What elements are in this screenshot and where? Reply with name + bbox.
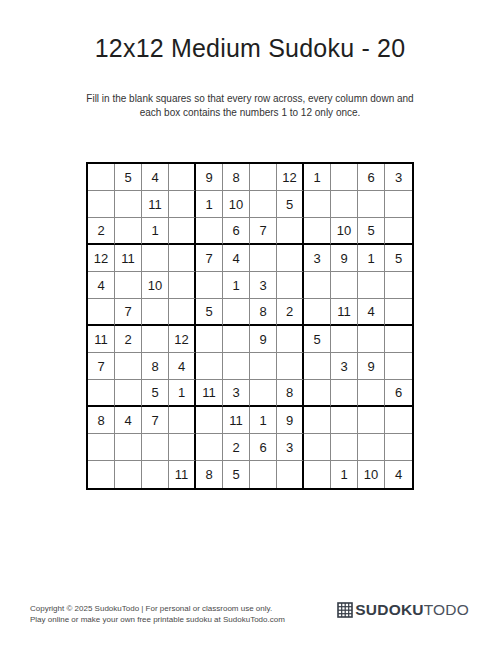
instructions-line-2: each box contains the numbers 1 to 12 on… bbox=[0, 106, 500, 120]
cell-r5c12 bbox=[385, 272, 412, 299]
cell-r12c11: 10 bbox=[358, 461, 385, 488]
cell-r9c3: 5 bbox=[142, 380, 169, 407]
cell-r5c9 bbox=[304, 272, 331, 299]
cell-r6c11: 4 bbox=[358, 299, 385, 326]
cell-r7c6 bbox=[223, 326, 250, 353]
cell-r2c7 bbox=[250, 191, 277, 218]
cell-r2c2 bbox=[115, 191, 142, 218]
cell-r10c10 bbox=[331, 407, 358, 434]
cell-r8c9 bbox=[304, 353, 331, 380]
cell-r4c6: 4 bbox=[223, 245, 250, 272]
cell-r6c6 bbox=[223, 299, 250, 326]
cell-r3c2 bbox=[115, 218, 142, 245]
cell-r11c6: 2 bbox=[223, 434, 250, 461]
cell-r9c6: 3 bbox=[223, 380, 250, 407]
cell-r5c1: 4 bbox=[88, 272, 115, 299]
cell-r11c9 bbox=[304, 434, 331, 461]
cell-r2c5: 1 bbox=[196, 191, 223, 218]
cell-r8c3: 8 bbox=[142, 353, 169, 380]
cell-r10c7: 1 bbox=[250, 407, 277, 434]
cell-r7c8 bbox=[277, 326, 304, 353]
cell-r10c11 bbox=[358, 407, 385, 434]
cell-r1c9: 1 bbox=[304, 164, 331, 191]
cell-r11c11 bbox=[358, 434, 385, 461]
cell-r8c4: 4 bbox=[169, 353, 196, 380]
cell-r11c12 bbox=[385, 434, 412, 461]
cell-r12c4: 11 bbox=[169, 461, 196, 488]
cell-r11c1 bbox=[88, 434, 115, 461]
cell-r11c2 bbox=[115, 434, 142, 461]
cell-r5c7: 3 bbox=[250, 272, 277, 299]
cell-r3c3: 1 bbox=[142, 218, 169, 245]
cell-r10c9 bbox=[304, 407, 331, 434]
cell-r10c2: 4 bbox=[115, 407, 142, 434]
cell-r8c6 bbox=[223, 353, 250, 380]
cell-r9c9 bbox=[304, 380, 331, 407]
cell-r8c8 bbox=[277, 353, 304, 380]
printable-sudoku-page: 12x12 Medium Sudoku - 20 Fill in the bla… bbox=[0, 0, 500, 647]
cell-r1c6: 8 bbox=[223, 164, 250, 191]
cell-r6c7: 8 bbox=[250, 299, 277, 326]
cell-r7c9: 5 bbox=[304, 326, 331, 353]
cell-r7c2: 2 bbox=[115, 326, 142, 353]
footer-copyright: Copyright © 2025 SudokuTodo | For person… bbox=[30, 603, 285, 625]
cell-r2c10 bbox=[331, 191, 358, 218]
cell-r6c4 bbox=[169, 299, 196, 326]
cell-r12c7 bbox=[250, 461, 277, 488]
sudoku-grid: 5498121631111052167105121174391541013758… bbox=[86, 162, 414, 490]
sudokutodo-logo: SUDOKUTODO bbox=[337, 601, 469, 619]
cell-r12c6: 5 bbox=[223, 461, 250, 488]
cell-r2c8: 5 bbox=[277, 191, 304, 218]
cell-r8c5 bbox=[196, 353, 223, 380]
cell-r8c11: 9 bbox=[358, 353, 385, 380]
cell-r4c5: 7 bbox=[196, 245, 223, 272]
cell-r12c5: 8 bbox=[196, 461, 223, 488]
cell-r3c6: 6 bbox=[223, 218, 250, 245]
cell-r4c10: 9 bbox=[331, 245, 358, 272]
cell-r2c6: 10 bbox=[223, 191, 250, 218]
cell-r9c8: 8 bbox=[277, 380, 304, 407]
cell-r6c12 bbox=[385, 299, 412, 326]
footer-line-1: Copyright © 2025 SudokuTodo | For person… bbox=[30, 603, 285, 614]
cell-r10c4 bbox=[169, 407, 196, 434]
cell-r10c6: 11 bbox=[223, 407, 250, 434]
cell-r3c7: 7 bbox=[250, 218, 277, 245]
cell-r5c2 bbox=[115, 272, 142, 299]
cell-r12c2 bbox=[115, 461, 142, 488]
cell-r7c10 bbox=[331, 326, 358, 353]
cell-r7c11 bbox=[358, 326, 385, 353]
cell-r7c12 bbox=[385, 326, 412, 353]
cell-r4c9: 3 bbox=[304, 245, 331, 272]
cell-r12c9 bbox=[304, 461, 331, 488]
cell-r4c11: 1 bbox=[358, 245, 385, 272]
cell-r3c12 bbox=[385, 218, 412, 245]
cell-r6c1 bbox=[88, 299, 115, 326]
cell-r12c1 bbox=[88, 461, 115, 488]
cell-r8c7 bbox=[250, 353, 277, 380]
cell-r4c2: 11 bbox=[115, 245, 142, 272]
cell-r10c8: 9 bbox=[277, 407, 304, 434]
cell-r12c10: 1 bbox=[331, 461, 358, 488]
logo-text: SUDOKUTODO bbox=[355, 601, 469, 619]
instructions-line-1: Fill in the blank squares so that every … bbox=[0, 92, 500, 106]
cell-r6c10: 11 bbox=[331, 299, 358, 326]
cell-r7c5 bbox=[196, 326, 223, 353]
cell-r1c10 bbox=[331, 164, 358, 191]
cell-r1c7 bbox=[250, 164, 277, 191]
cell-r9c5: 11 bbox=[196, 380, 223, 407]
cell-r9c7 bbox=[250, 380, 277, 407]
cell-r6c8: 2 bbox=[277, 299, 304, 326]
cell-r10c12 bbox=[385, 407, 412, 434]
cell-r3c9 bbox=[304, 218, 331, 245]
cell-r2c12 bbox=[385, 191, 412, 218]
cell-r6c5: 5 bbox=[196, 299, 223, 326]
cell-r2c4 bbox=[169, 191, 196, 218]
cell-r3c5 bbox=[196, 218, 223, 245]
instructions: Fill in the blank squares so that every … bbox=[0, 92, 500, 120]
cell-r10c5 bbox=[196, 407, 223, 434]
cell-r3c11: 5 bbox=[358, 218, 385, 245]
cell-r11c5 bbox=[196, 434, 223, 461]
logo-text-sudoku: SUDOKU bbox=[355, 601, 423, 618]
footer-line-2: Play online or make your own free printa… bbox=[30, 614, 285, 625]
cell-r9c12: 6 bbox=[385, 380, 412, 407]
cell-r1c12: 3 bbox=[385, 164, 412, 191]
cell-r8c12 bbox=[385, 353, 412, 380]
cell-r11c10 bbox=[331, 434, 358, 461]
cell-r12c12: 4 bbox=[385, 461, 412, 488]
cell-r11c8: 3 bbox=[277, 434, 304, 461]
cell-r5c3: 10 bbox=[142, 272, 169, 299]
cell-r6c3 bbox=[142, 299, 169, 326]
cell-r8c10: 3 bbox=[331, 353, 358, 380]
cell-r1c1 bbox=[88, 164, 115, 191]
cell-r3c1: 2 bbox=[88, 218, 115, 245]
cell-r2c3: 11 bbox=[142, 191, 169, 218]
cell-r1c8: 12 bbox=[277, 164, 304, 191]
cell-r1c3: 4 bbox=[142, 164, 169, 191]
cell-r7c1: 11 bbox=[88, 326, 115, 353]
cell-r10c1: 8 bbox=[88, 407, 115, 434]
cell-r11c3 bbox=[142, 434, 169, 461]
cell-r11c7: 6 bbox=[250, 434, 277, 461]
cell-r4c8 bbox=[277, 245, 304, 272]
cell-r12c8 bbox=[277, 461, 304, 488]
cell-r7c3 bbox=[142, 326, 169, 353]
cell-r12c3 bbox=[142, 461, 169, 488]
cell-r5c5 bbox=[196, 272, 223, 299]
logo-text-todo: TODO bbox=[424, 601, 469, 618]
cell-r2c11 bbox=[358, 191, 385, 218]
cell-r4c3 bbox=[142, 245, 169, 272]
cell-r4c1: 12 bbox=[88, 245, 115, 272]
cell-r1c4 bbox=[169, 164, 196, 191]
cell-r3c4 bbox=[169, 218, 196, 245]
cell-r5c11 bbox=[358, 272, 385, 299]
cell-r9c1 bbox=[88, 380, 115, 407]
cell-r5c4 bbox=[169, 272, 196, 299]
cell-r7c4: 12 bbox=[169, 326, 196, 353]
cell-r8c1: 7 bbox=[88, 353, 115, 380]
cell-r3c10: 10 bbox=[331, 218, 358, 245]
cell-r9c11 bbox=[358, 380, 385, 407]
page-title: 12x12 Medium Sudoku - 20 bbox=[0, 34, 500, 63]
cell-r6c2: 7 bbox=[115, 299, 142, 326]
cell-r4c7 bbox=[250, 245, 277, 272]
cell-r6c9 bbox=[304, 299, 331, 326]
cell-r11c4 bbox=[169, 434, 196, 461]
cell-r1c11: 6 bbox=[358, 164, 385, 191]
cell-r4c12: 5 bbox=[385, 245, 412, 272]
cell-r10c3: 7 bbox=[142, 407, 169, 434]
cell-r2c1 bbox=[88, 191, 115, 218]
cell-r9c10 bbox=[331, 380, 358, 407]
grid-icon bbox=[337, 602, 353, 618]
cell-r7c7: 9 bbox=[250, 326, 277, 353]
cell-r5c10 bbox=[331, 272, 358, 299]
cell-r5c6: 1 bbox=[223, 272, 250, 299]
cell-r9c2 bbox=[115, 380, 142, 407]
cell-r8c2 bbox=[115, 353, 142, 380]
cell-r5c8 bbox=[277, 272, 304, 299]
cell-r4c4 bbox=[169, 245, 196, 272]
cell-r1c5: 9 bbox=[196, 164, 223, 191]
cell-r2c9 bbox=[304, 191, 331, 218]
cell-r9c4: 1 bbox=[169, 380, 196, 407]
cell-r3c8 bbox=[277, 218, 304, 245]
cell-r1c2: 5 bbox=[115, 164, 142, 191]
